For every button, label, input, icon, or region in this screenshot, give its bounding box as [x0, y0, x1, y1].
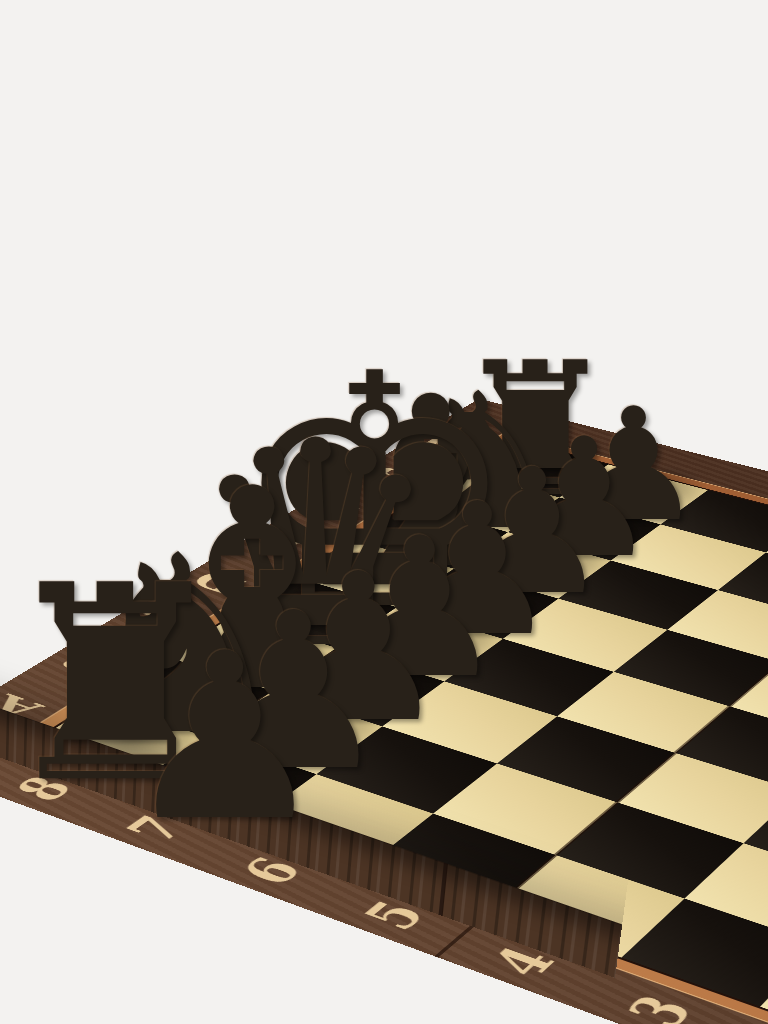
- file-label-text: B: [51, 647, 123, 680]
- side-fold-seam: [434, 863, 448, 958]
- file-label-text: C: [121, 607, 188, 637]
- file-label-text: H: [412, 432, 476, 457]
- file-label-text: G: [361, 464, 423, 489]
- file-label-text: F: [309, 497, 366, 522]
- file-label-text: D: [185, 568, 253, 598]
- file-label-text: E: [249, 532, 310, 559]
- chessboard-product-photo: ABCDEFGH 87654321 ♜♞♝♛♚♝♞♜♟♟♟♟♟♟♟♟: [0, 0, 768, 1024]
- chess-board: ABCDEFGH 87654321: [0, 399, 768, 1024]
